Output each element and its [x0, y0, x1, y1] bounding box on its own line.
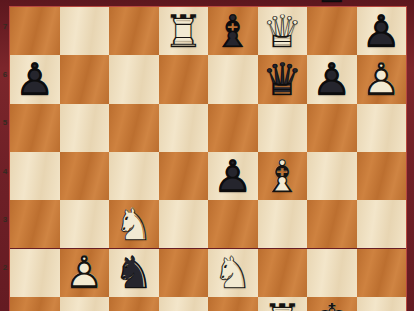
rank-label-6: 6: [0, 50, 10, 98]
king-glyph-fill: ♚: [307, 297, 357, 311]
piece-black-king-g8: ♚♔: [307, 0, 357, 11]
rook-glyph-outline: ♖: [159, 7, 209, 55]
pawn-glyph-outline: ♙: [10, 55, 60, 103]
square-e6: [208, 55, 258, 103]
rank-label-7: 7: [0, 2, 10, 50]
piece-white-rook-f1: ♜♖: [258, 297, 308, 311]
square-e1: [208, 297, 258, 311]
square-d6: [159, 55, 209, 103]
pawn-glyph-fill: ♟: [357, 7, 407, 55]
pawn-glyph-fill: ♟: [307, 55, 357, 103]
knight-glyph-fill: ♞: [109, 200, 159, 248]
pawn-glyph-outline: ♙: [208, 152, 258, 200]
bishop-glyph-fill: ♝: [208, 7, 258, 55]
square-h2: [357, 249, 407, 297]
square-c7: [109, 7, 159, 55]
piece-white-queen-f7: ♛♕: [258, 7, 308, 55]
square-a7: [10, 7, 60, 55]
rook-glyph-fill: ♜: [159, 7, 209, 55]
square-h3: [357, 200, 407, 248]
pawn-glyph-outline: ♙: [357, 55, 407, 103]
knight-glyph-outline: ♘: [109, 249, 159, 297]
square-d4: [159, 152, 209, 200]
bishop-glyph-outline: ♗: [208, 7, 258, 55]
queen-glyph-fill: ♛: [258, 7, 308, 55]
square-a2: [10, 249, 60, 297]
square-c5: [109, 104, 159, 152]
rank-label-3: 3: [0, 195, 10, 243]
bishop-glyph-outline: ♗: [258, 152, 308, 200]
piece-black-queen-f6: ♛♕: [258, 55, 308, 103]
piece-black-bishop-e7: ♝♗: [208, 7, 258, 55]
rank-label-2: 2: [0, 244, 10, 292]
knight-glyph-fill: ♞: [208, 249, 258, 297]
square-h5: [357, 104, 407, 152]
square-f5: [258, 104, 308, 152]
rook-glyph-outline: ♖: [258, 297, 308, 311]
queen-glyph-outline: ♕: [258, 7, 308, 55]
pawn-glyph-outline: ♙: [60, 249, 110, 297]
square-g4: [307, 152, 357, 200]
piece-black-pawn-e4: ♟♙: [208, 152, 258, 200]
square-a5: [10, 104, 60, 152]
square-d2: [159, 249, 209, 297]
square-b1: [60, 297, 110, 311]
square-e3: [208, 200, 258, 248]
bishop-glyph-fill: ♝: [258, 152, 308, 200]
square-g3: [307, 200, 357, 248]
chess-board-diagram: 765432♚♔♜♖♝♗♛♕♟♙♟♙♛♕♟♙♟♙♟♙♝♗♞♘♟♙♞♘♞♘♜♖♚♔: [0, 0, 414, 311]
square-b4: [60, 152, 110, 200]
piece-white-rook-d7: ♜♖: [159, 7, 209, 55]
piece-white-knight-e2: ♞♘: [208, 249, 258, 297]
piece-white-bishop-f4: ♝♗: [258, 152, 308, 200]
square-b5: [60, 104, 110, 152]
rank-label-5: 5: [0, 99, 10, 147]
square-g7: [307, 7, 357, 55]
pawn-glyph-fill: ♟: [60, 249, 110, 297]
piece-white-pawn-b2: ♟♙: [60, 249, 110, 297]
square-b3: [60, 200, 110, 248]
square-c4: [109, 152, 159, 200]
square-c6: [109, 55, 159, 103]
rank-label-4: 4: [0, 147, 10, 195]
pawn-glyph-outline: ♙: [307, 55, 357, 103]
square-e5: [208, 104, 258, 152]
square-a4: [10, 152, 60, 200]
knight-glyph-fill: ♞: [109, 249, 159, 297]
square-c1: [109, 297, 159, 311]
king-glyph-outline: ♔: [307, 297, 357, 311]
pawn-glyph-fill: ♟: [357, 55, 407, 103]
pawn-glyph-outline: ♙: [357, 7, 407, 55]
square-d3: [159, 200, 209, 248]
piece-black-knight-c2: ♞♘: [109, 249, 159, 297]
piece-white-knight-c3: ♞♘: [109, 200, 159, 248]
piece-white-king-g1: ♚♔: [307, 297, 357, 311]
square-g2: [307, 249, 357, 297]
square-h1: [357, 297, 407, 311]
square-a1: [10, 297, 60, 311]
square-b7: [60, 7, 110, 55]
square-a3: [10, 200, 60, 248]
piece-black-pawn-h7: ♟♙: [357, 7, 407, 55]
square-f2: [258, 249, 308, 297]
king-glyph-outline: ♔: [307, 0, 357, 11]
square-f3: [258, 200, 308, 248]
square-h4: [357, 152, 407, 200]
knight-glyph-outline: ♘: [109, 200, 159, 248]
queen-glyph-outline: ♕: [258, 55, 308, 103]
pawn-glyph-fill: ♟: [208, 152, 258, 200]
king-glyph-fill: ♚: [307, 0, 357, 11]
knight-glyph-outline: ♘: [208, 249, 258, 297]
square-b6: [60, 55, 110, 103]
square-d1: [159, 297, 209, 311]
piece-white-pawn-h6: ♟♙: [357, 55, 407, 103]
piece-black-pawn-g6: ♟♙: [307, 55, 357, 103]
square-d5: [159, 104, 209, 152]
rook-glyph-fill: ♜: [258, 297, 308, 311]
square-g5: [307, 104, 357, 152]
queen-glyph-fill: ♛: [258, 55, 308, 103]
piece-black-pawn-a6: ♟♙: [10, 55, 60, 103]
pawn-glyph-fill: ♟: [10, 55, 60, 103]
